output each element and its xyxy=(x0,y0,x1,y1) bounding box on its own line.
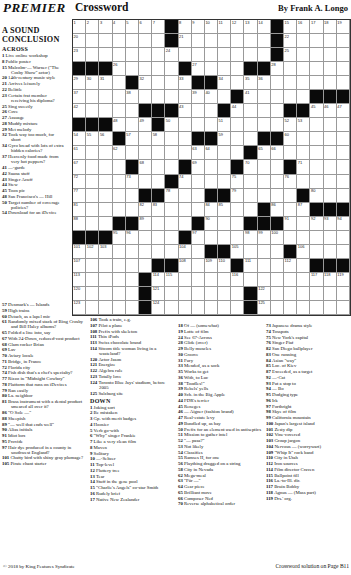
cell-r19c3[interactable] xyxy=(99,273,112,287)
cell-r4c19[interactable] xyxy=(310,62,323,76)
cell-r7c14[interactable] xyxy=(244,104,257,118)
cell-r16c15[interactable]: 99 xyxy=(258,231,271,245)
cell-r9c21[interactable] xyxy=(337,132,350,146)
cell-r5c14[interactable]: 35 xyxy=(244,76,257,90)
cell-r13c19[interactable]: 80 xyxy=(310,189,323,203)
cell-r2c7[interactable] xyxy=(152,34,165,48)
cell-r9c20[interactable] xyxy=(324,132,337,146)
cell-r19c5[interactable] xyxy=(126,273,139,287)
cell-r1c5[interactable]: 5 xyxy=(126,20,139,34)
cell-r10c2[interactable] xyxy=(86,146,99,160)
cell-r6c4[interactable] xyxy=(113,90,126,104)
cell-r8c12[interactable]: 51 xyxy=(218,118,231,132)
cell-r4c4[interactable]: 26 xyxy=(113,62,126,76)
cell-r16c21[interactable] xyxy=(337,231,350,245)
cell-r7c11[interactable] xyxy=(205,104,218,118)
cell-r9c5[interactable]: 57 xyxy=(126,132,139,146)
cell-r3c21[interactable] xyxy=(337,48,350,62)
cell-r6c16[interactable] xyxy=(271,90,284,104)
cell-r14c6[interactable]: 82 xyxy=(139,203,152,217)
cell-r14c4[interactable] xyxy=(113,203,126,217)
cell-r20c5[interactable] xyxy=(126,287,139,301)
cell-r2c20[interactable] xyxy=(324,34,337,48)
cell-r18c10[interactable] xyxy=(192,259,205,273)
cell-r12c17[interactable]: 76 xyxy=(284,175,297,189)
cell-r12c15[interactable] xyxy=(258,175,271,189)
cell-r12c11[interactable] xyxy=(205,175,218,189)
cell-r20c15[interactable]: 122 xyxy=(258,287,271,301)
cell-r14c9[interactable] xyxy=(179,203,192,217)
cell-r1c13[interactable]: 12 xyxy=(231,20,244,34)
cell-r11c16[interactable] xyxy=(271,160,284,174)
cell-r15c9[interactable] xyxy=(179,217,192,231)
cell-r5c3[interactable]: 31 xyxy=(99,76,112,90)
cell-r21c17[interactable] xyxy=(284,301,297,315)
cell-r13c21[interactable] xyxy=(337,189,350,203)
cell-r1c1[interactable]: 1 xyxy=(73,20,86,34)
cell-r8c5[interactable] xyxy=(126,118,139,132)
cell-r17c18[interactable]: 106 xyxy=(297,245,310,259)
cell-r2c10[interactable] xyxy=(192,34,205,48)
cell-r12c3[interactable] xyxy=(99,175,112,189)
cell-r13c17[interactable] xyxy=(284,189,297,203)
cell-r6c6[interactable] xyxy=(139,90,152,104)
cell-r8c14[interactable] xyxy=(244,118,257,132)
cell-r6c2[interactable] xyxy=(86,90,99,104)
cell-r18c4[interactable] xyxy=(113,259,126,273)
cell-r14c18[interactable]: 87 xyxy=(297,203,310,217)
cell-r3c14[interactable] xyxy=(244,48,257,62)
cell-r21c9[interactable] xyxy=(179,301,192,315)
cell-r19c9[interactable] xyxy=(179,273,192,287)
cell-r13c2[interactable] xyxy=(86,189,99,203)
cell-r12c13[interactable]: 75 xyxy=(231,175,244,189)
cell-r15c3[interactable] xyxy=(99,217,112,231)
cell-r10c21[interactable] xyxy=(337,146,350,160)
cell-r9c3[interactable]: 56 xyxy=(99,132,112,146)
cell-r18c3[interactable] xyxy=(99,259,112,273)
cell-r11c4[interactable] xyxy=(113,160,126,174)
cell-r3c13[interactable] xyxy=(231,48,244,62)
cell-r3c5[interactable] xyxy=(126,48,139,62)
cell-r2c15[interactable] xyxy=(258,34,271,48)
cell-r15c12[interactable] xyxy=(218,217,231,231)
cell-r9c7[interactable]: 58 xyxy=(152,132,165,146)
cell-r6c10[interactable]: 39 xyxy=(192,90,205,104)
cell-r8c4[interactable]: 48 xyxy=(113,118,126,132)
cell-r13c13[interactable]: 79 xyxy=(231,189,244,203)
cell-r1c3[interactable]: 3 xyxy=(99,20,112,34)
cell-r21c18[interactable] xyxy=(297,301,310,315)
cell-r1c18[interactable]: 16 xyxy=(297,20,310,34)
cell-r11c6[interactable]: 68 xyxy=(139,160,152,174)
cell-r1c10[interactable]: 9 xyxy=(192,20,205,34)
cell-r11c19[interactable] xyxy=(310,160,323,174)
cell-r5c18[interactable] xyxy=(297,76,310,90)
cell-r5c8[interactable] xyxy=(165,76,178,90)
cell-r18c5[interactable] xyxy=(126,259,139,273)
cell-r3c9[interactable] xyxy=(179,48,192,62)
cell-r19c16[interactable] xyxy=(271,273,284,287)
cell-r11c2[interactable] xyxy=(86,160,99,174)
cell-r12c2[interactable] xyxy=(86,175,99,189)
cell-r9c8[interactable] xyxy=(165,132,178,146)
cell-r14c13[interactable] xyxy=(231,203,244,217)
cell-r10c19[interactable] xyxy=(310,146,323,160)
cell-r19c18[interactable] xyxy=(297,273,310,287)
cell-r11c15[interactable] xyxy=(258,160,271,174)
cell-r12c9[interactable]: 74 xyxy=(179,175,192,189)
cell-r21c2[interactable] xyxy=(86,301,99,315)
cell-r19c17[interactable] xyxy=(284,273,297,287)
cell-r11c8[interactable] xyxy=(165,160,178,174)
cell-r2c11[interactable] xyxy=(205,34,218,48)
cell-r6c11[interactable]: 40 xyxy=(205,90,218,104)
cell-r15c8[interactable] xyxy=(165,217,178,231)
cell-r19c21[interactable]: 119 xyxy=(337,273,350,287)
cell-r2c21[interactable] xyxy=(337,34,350,48)
cell-r16c13[interactable] xyxy=(231,231,244,245)
cell-r8c18[interactable]: 53 xyxy=(297,118,310,132)
cell-r2c3[interactable] xyxy=(99,34,112,48)
cell-r7c16[interactable] xyxy=(271,104,284,118)
cell-r20c21[interactable] xyxy=(337,287,350,301)
cell-r20c1[interactable]: 120 xyxy=(73,287,86,301)
cell-r4c6[interactable] xyxy=(139,62,152,76)
cell-r16c8[interactable] xyxy=(165,231,178,245)
cell-r6c3[interactable] xyxy=(99,90,112,104)
cell-r4c7[interactable] xyxy=(152,62,165,76)
cell-r19c14[interactable] xyxy=(244,273,257,287)
cell-r18c2[interactable] xyxy=(86,259,99,273)
cell-r11c1[interactable]: 67 xyxy=(73,160,86,174)
cell-r8c11[interactable] xyxy=(205,118,218,132)
cell-r10c7[interactable] xyxy=(152,146,165,160)
cell-r4c10[interactable]: 27 xyxy=(192,62,205,76)
cell-r2c12[interactable] xyxy=(218,34,231,48)
cell-r14c17[interactable] xyxy=(284,203,297,217)
cell-r13c14[interactable] xyxy=(244,189,257,203)
cell-r12c19[interactable] xyxy=(310,175,323,189)
cell-r12c18[interactable] xyxy=(297,175,310,189)
cell-r19c4[interactable] xyxy=(113,273,126,287)
cell-r4c8[interactable] xyxy=(165,62,178,76)
cell-r21c13[interactable] xyxy=(231,301,244,315)
cell-r2c6[interactable] xyxy=(139,34,152,48)
cell-r17c14[interactable] xyxy=(244,245,257,259)
cell-r7c9[interactable]: 43 xyxy=(179,104,192,118)
cell-r12c16[interactable] xyxy=(271,175,284,189)
cell-r2c14[interactable] xyxy=(244,34,257,48)
cell-r18c18[interactable] xyxy=(297,259,310,273)
cell-r1c6[interactable]: 6 xyxy=(139,20,152,34)
cell-r14c1[interactable]: 81 xyxy=(73,203,86,217)
cell-r9c2[interactable]: 55 xyxy=(86,132,99,146)
cell-r2c2[interactable] xyxy=(86,34,99,48)
cell-r13c1[interactable]: 77 xyxy=(73,189,86,203)
cell-r15c21[interactable]: 94 xyxy=(337,217,350,231)
cell-r3c15[interactable] xyxy=(258,48,271,62)
cell-r14c10[interactable] xyxy=(192,203,205,217)
cell-r6c5[interactable]: 38 xyxy=(126,90,139,104)
cell-r4c18[interactable] xyxy=(297,62,310,76)
cell-r13c4[interactable] xyxy=(113,189,126,203)
cell-r8c21[interactable] xyxy=(337,118,350,132)
cell-r2c5[interactable] xyxy=(126,34,139,48)
cell-r8c17[interactable]: 52 xyxy=(284,118,297,132)
cell-r21c19[interactable] xyxy=(310,301,323,315)
cell-r3c6[interactable] xyxy=(139,48,152,62)
cell-r17c16[interactable] xyxy=(271,245,284,259)
cell-r12c20[interactable] xyxy=(324,175,337,189)
cell-r20c16[interactable] xyxy=(271,287,284,301)
cell-r11c10[interactable]: 69 xyxy=(192,160,205,174)
cell-r18c9[interactable]: 108 xyxy=(179,259,192,273)
cell-r6c1[interactable]: 37 xyxy=(73,90,86,104)
cell-r3c10[interactable] xyxy=(192,48,205,62)
cell-r12c10[interactable] xyxy=(192,175,205,189)
cell-r19c11[interactable] xyxy=(205,273,218,287)
cell-r19c2[interactable] xyxy=(86,273,99,287)
cell-r16c14[interactable]: 98 xyxy=(244,231,257,245)
cell-r20c10[interactable] xyxy=(192,287,205,301)
cell-r19c13[interactable]: 116 xyxy=(231,273,244,287)
cell-r15c7[interactable] xyxy=(152,217,165,231)
cell-r14c8[interactable] xyxy=(165,203,178,217)
cell-r5c13[interactable] xyxy=(231,76,244,90)
cell-r15c17[interactable]: 91 xyxy=(284,217,297,231)
cell-r20c19[interactable] xyxy=(310,287,323,301)
cell-r14c5[interactable] xyxy=(126,203,139,217)
cell-r21c12[interactable] xyxy=(218,301,231,315)
cell-r5c16[interactable] xyxy=(271,76,284,90)
cell-r10c16[interactable]: 66 xyxy=(271,146,284,160)
cell-r11c18[interactable]: 71 xyxy=(297,160,310,174)
cell-r7c19[interactable]: 45 xyxy=(310,104,323,118)
cell-r20c3[interactable] xyxy=(99,287,112,301)
cell-r14c14[interactable] xyxy=(244,203,257,217)
cell-r19c1[interactable]: 113 xyxy=(73,273,86,287)
cell-r16c6[interactable] xyxy=(139,231,152,245)
cell-r10c10[interactable]: 63 xyxy=(192,146,205,160)
cell-r19c10[interactable] xyxy=(192,273,205,287)
cell-r17c2[interactable]: 102 xyxy=(86,245,99,259)
cell-r10c4[interactable]: 62 xyxy=(113,146,126,160)
cell-r17c8[interactable] xyxy=(165,245,178,259)
cell-r4c21[interactable] xyxy=(337,62,350,76)
cell-r17c7[interactable] xyxy=(152,245,165,259)
cell-r20c7[interactable]: 121 xyxy=(152,287,165,301)
cell-r18c12[interactable]: 110 xyxy=(218,259,231,273)
cell-r17c15[interactable] xyxy=(258,245,271,259)
cell-r16c5[interactable]: 96 xyxy=(126,231,139,245)
cell-r5c7[interactable] xyxy=(152,76,165,90)
cell-r11c14[interactable]: 70 xyxy=(244,160,257,174)
cell-r9c14[interactable] xyxy=(244,132,257,146)
cell-r17c21[interactable] xyxy=(337,245,350,259)
cell-r10c11[interactable]: 64 xyxy=(205,146,218,160)
cell-r16c12[interactable] xyxy=(218,231,231,245)
cell-r2c13[interactable] xyxy=(231,34,244,48)
cell-r12c1[interactable]: 72 xyxy=(73,175,86,189)
cell-r11c7[interactable] xyxy=(152,160,165,174)
cell-r5c2[interactable]: 30 xyxy=(86,76,99,90)
cell-r1c17[interactable]: 15 xyxy=(284,20,297,34)
cell-r16c19[interactable] xyxy=(310,231,323,245)
cell-r19c12[interactable] xyxy=(218,273,231,287)
cell-r10c6[interactable] xyxy=(139,146,152,160)
cell-r12c5[interactable]: 73 xyxy=(126,175,139,189)
cell-r16c20[interactable] xyxy=(324,231,337,245)
cell-r12c4[interactable] xyxy=(113,175,126,189)
cell-r19c7[interactable]: 114 xyxy=(152,273,165,287)
cell-r16c4[interactable]: 95 xyxy=(113,231,126,245)
cell-r13c8[interactable]: 78 xyxy=(165,189,178,203)
cell-r12c12[interactable] xyxy=(218,175,231,189)
cell-r20c18[interactable] xyxy=(297,287,310,301)
cell-r9c19[interactable] xyxy=(310,132,323,146)
cell-r10c9[interactable] xyxy=(179,146,192,160)
cell-r6c15[interactable] xyxy=(258,90,271,104)
cell-r4c12[interactable] xyxy=(218,62,231,76)
cell-r3c20[interactable] xyxy=(324,48,337,62)
cell-r20c8[interactable] xyxy=(165,287,178,301)
cell-r13c16[interactable] xyxy=(271,189,284,203)
cell-r7c2[interactable] xyxy=(86,104,99,118)
cell-r8c8[interactable]: 50 xyxy=(165,118,178,132)
cell-r2c19[interactable] xyxy=(310,34,323,48)
cell-r6c9[interactable] xyxy=(179,90,192,104)
cell-r20c20[interactable] xyxy=(324,287,337,301)
cell-r9c13[interactable] xyxy=(231,132,244,146)
cell-r7c13[interactable]: 44 xyxy=(231,104,244,118)
cell-r2c1[interactable]: 20 xyxy=(73,34,86,48)
cell-r15c19[interactable]: 92 xyxy=(310,217,323,231)
cell-r11c11[interactable] xyxy=(205,160,218,174)
cell-r3c4[interactable] xyxy=(113,48,126,62)
cell-r20c2[interactable] xyxy=(86,287,99,301)
cell-r7c4[interactable] xyxy=(113,104,126,118)
cell-r13c3[interactable] xyxy=(99,189,112,203)
cell-r17c10[interactable] xyxy=(192,245,205,259)
cell-r16c7[interactable] xyxy=(152,231,165,245)
cell-r6c7[interactable] xyxy=(152,90,165,104)
cell-r7c15[interactable] xyxy=(258,104,271,118)
cell-r10c18[interactable] xyxy=(297,146,310,160)
cell-r6c14[interactable]: 41 xyxy=(244,90,257,104)
cell-r3c8[interactable]: 24 xyxy=(165,48,178,62)
cell-r9c18[interactable] xyxy=(297,132,310,146)
cell-r14c3[interactable] xyxy=(99,203,112,217)
cell-r8c13[interactable] xyxy=(231,118,244,132)
cell-r16c17[interactable] xyxy=(284,231,297,245)
cell-r8c15[interactable] xyxy=(258,118,271,132)
cell-r7c10[interactable] xyxy=(192,104,205,118)
cell-r8c9[interactable] xyxy=(179,118,192,132)
cell-r19c20[interactable]: 118 xyxy=(324,273,337,287)
cell-r5c17[interactable] xyxy=(284,76,297,90)
cell-r21c15[interactable]: 125 xyxy=(258,301,271,315)
cell-r12c6[interactable] xyxy=(139,175,152,189)
cell-r21c7[interactable]: 124 xyxy=(152,301,165,315)
cell-r11c3[interactable] xyxy=(99,160,112,174)
cell-r20c13[interactable] xyxy=(231,287,244,301)
cell-r10c17[interactable] xyxy=(284,146,297,160)
cell-r19c8[interactable]: 115 xyxy=(165,273,178,287)
cell-r1c20[interactable]: 18 xyxy=(324,20,337,34)
cell-r3c7[interactable] xyxy=(152,48,165,62)
cell-r8c19[interactable] xyxy=(310,118,323,132)
cell-r6c17[interactable] xyxy=(284,90,297,104)
cell-r15c2[interactable] xyxy=(86,217,99,231)
cell-r12c21[interactable] xyxy=(337,175,350,189)
cell-r14c12[interactable]: 85 xyxy=(218,203,231,217)
cell-r13c5[interactable] xyxy=(126,189,139,203)
cell-r10c8[interactable] xyxy=(165,146,178,160)
cell-r2c9[interactable]: 21 xyxy=(179,34,192,48)
cell-r10c1[interactable]: 61 xyxy=(73,146,86,160)
cell-r18c1[interactable]: 107 xyxy=(73,259,86,273)
cell-r16c16[interactable]: 100 xyxy=(271,231,284,245)
cell-r10c3[interactable] xyxy=(99,146,112,160)
cell-r3c11[interactable] xyxy=(205,48,218,62)
cell-r14c2[interactable] xyxy=(86,203,99,217)
cell-r18c16[interactable] xyxy=(271,259,284,273)
cell-r21c3[interactable] xyxy=(99,301,112,315)
cell-r5c20[interactable] xyxy=(324,76,337,90)
cell-r6c12[interactable] xyxy=(218,90,231,104)
cell-r15c20[interactable]: 93 xyxy=(324,217,337,231)
cell-r17c3[interactable]: 103 xyxy=(99,245,112,259)
cell-r9c12[interactable]: 59 xyxy=(218,132,231,146)
cell-r6c8[interactable] xyxy=(165,90,178,104)
cell-r11c20[interactable] xyxy=(324,160,337,174)
cell-r4c20[interactable] xyxy=(324,62,337,76)
cell-r14c11[interactable]: 84 xyxy=(205,203,218,217)
cell-r7c5[interactable] xyxy=(126,104,139,118)
cell-r4c17[interactable] xyxy=(284,62,297,76)
cell-r1c9[interactable]: 8 xyxy=(179,20,192,34)
cell-r11c12[interactable] xyxy=(218,160,231,174)
cell-r17c13[interactable]: 105 xyxy=(231,245,244,259)
cell-r1c2[interactable]: 2 xyxy=(86,20,99,34)
cell-r17c9[interactable]: 104 xyxy=(179,245,192,259)
cell-r9c9[interactable] xyxy=(179,132,192,146)
cell-r2c4[interactable] xyxy=(113,34,126,48)
cell-r15c13[interactable] xyxy=(231,217,244,231)
cell-r13c9[interactable] xyxy=(179,189,192,203)
cell-r17c19[interactable] xyxy=(310,245,323,259)
cell-r15c11[interactable]: 90 xyxy=(205,217,218,231)
cell-r7c1[interactable]: 42 xyxy=(73,104,86,118)
cell-r8c6[interactable]: 49 xyxy=(139,118,152,132)
cell-r21c11[interactable] xyxy=(205,301,218,315)
cell-r3c1[interactable]: 23 xyxy=(73,48,86,62)
cell-r3c3[interactable] xyxy=(99,48,112,62)
cell-r4c13[interactable] xyxy=(231,62,244,76)
cell-r5c9[interactable]: 33 xyxy=(179,76,192,90)
cell-r17c5[interactable] xyxy=(126,245,139,259)
cell-r5c12[interactable]: 34 xyxy=(218,76,231,90)
cell-r9c17[interactable]: 60 xyxy=(284,132,297,146)
cell-r20c9[interactable] xyxy=(179,287,192,301)
cell-r12c7[interactable] xyxy=(152,175,165,189)
cell-r1c21[interactable]: 19 xyxy=(337,20,350,34)
cell-r1c15[interactable]: 14 xyxy=(258,20,271,34)
cell-r18c11[interactable]: 109 xyxy=(205,259,218,273)
cell-r8c16[interactable] xyxy=(271,118,284,132)
cell-r17c20[interactable] xyxy=(324,245,337,259)
